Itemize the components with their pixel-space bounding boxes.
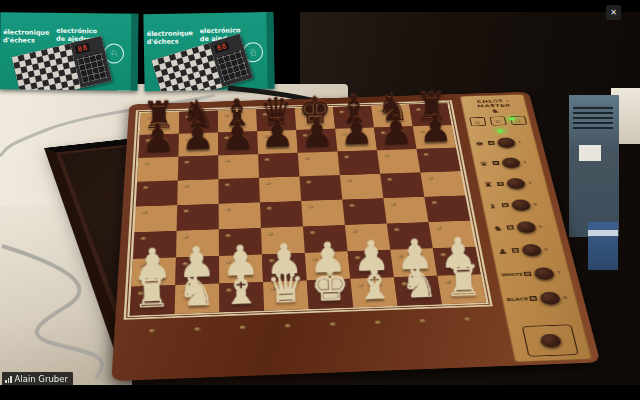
panel-row-white: WHITE7 [500,265,567,282]
piece-black-pawn[interactable]: ♟ [418,110,453,149]
square-e5[interactable] [299,175,342,201]
square-sensor-dot [183,209,189,213]
square-sensor-dot [346,179,352,182]
piece-button[interactable] [506,178,527,189]
square-h6[interactable] [417,148,461,173]
letterbox-top [0,0,640,12]
square-h7[interactable]: ♟ [413,125,456,149]
square-sensor-dot [344,155,350,158]
square-sensor-dot [224,159,229,162]
square-sensor-dot [308,205,314,208]
row-led [507,225,515,229]
frame-dot [419,319,425,323]
panel-row-rook: ♜3 [481,176,544,191]
row-led [524,272,532,277]
square-g6[interactable] [377,149,420,174]
square-c4[interactable] [219,202,261,229]
close-icon[interactable]: ✕ [606,5,621,20]
board-frame: ♜♞♝♛♚♝♞♜♟♟♟♟♟♟♟♟♟♟♟♟♟♟♟♟♜♞♝♛♚♝♞♜ [130,103,486,315]
frame-dot [239,325,245,329]
chess-computer-board: ♜♞♝♛♚♝♞♜♟♟♟♟♟♟♟♟♟♟♟♟♟♟♟♟♜♞♝♛♚♝♞♜ CHESS -… [111,92,600,381]
signal-bars-icon [5,375,12,383]
piece-white-queen[interactable]: ♛ [266,266,305,310]
piece-button[interactable] [501,157,521,168]
box-text-french: électroniqued'échecs [3,28,49,44]
square-sensor-dot [431,201,437,204]
square-d4[interactable] [260,201,303,228]
piece-black-pawn[interactable]: ♟ [260,115,295,154]
white-button[interactable] [533,267,555,280]
square-e6[interactable] [298,152,340,177]
participant-name-tag: Alain Gruber [2,372,73,386]
square-b4[interactable] [177,204,219,231]
chess-computer-box-1: électroniqued'échecs electrónicode ajedr… [0,12,138,90]
square-sensor-dot [143,186,149,189]
square-d5[interactable] [259,176,301,202]
piece-black-pawn[interactable]: ♟ [339,112,374,151]
vent-slots [573,105,613,129]
panel-row-pawn: ♟6 [495,242,561,258]
mini-led-display: 88 [214,41,230,53]
row-led [488,141,495,145]
square-sensor-dot [306,180,312,183]
square-f5[interactable] [340,174,384,200]
module-label [579,145,601,161]
square-sensor-dot [390,202,396,205]
mini-led-display: 88 [75,43,91,54]
square-sensor-dot [144,162,149,165]
square-sensor-dot [142,211,148,215]
square-h5[interactable] [420,171,465,197]
panel-row-knight: ♞5 [490,219,555,235]
square-e7[interactable]: ♟ [296,129,337,153]
side-label: BLACK [506,296,527,301]
mini-chessboard-photo [12,43,81,90]
square-sensor-dot [264,158,269,161]
piece-symbol-icon: ♝ [486,202,499,210]
row-number: 1 [518,140,522,144]
letterbox-bottom [0,385,640,400]
square-sensor-dot [225,208,231,212]
piece-black-pawn[interactable]: ♟ [300,114,335,153]
piece-black-pawn[interactable]: ♟ [379,111,414,150]
participant-name: Alain Gruber [15,374,68,384]
new-game-button[interactable] [538,333,561,347]
frame-dot [329,322,335,326]
function-key-2[interactable]: ◻ [489,116,506,125]
function-key-1[interactable]: ◻ [469,117,486,126]
frame-dot [148,329,154,333]
square-d1[interactable]: ♛ [263,280,309,310]
status-led-2 [498,129,504,132]
piece-white-rook[interactable]: ♜ [132,271,171,315]
chess-computer-box-2: électroniqued'échecs electrónicode ajedr… [143,12,274,91]
square-d6[interactable] [258,153,299,178]
frame-led-dots [129,316,490,333]
square-a1[interactable]: ♜ [130,285,176,315]
frame-dot [464,317,471,321]
row-number: 7 [557,271,562,276]
piece-symbol-icon: ♛ [477,160,490,167]
square-d7[interactable]: ♟ [257,130,298,154]
square-b6[interactable] [178,155,219,180]
row-number: 4 [533,202,537,206]
framed-key [522,324,579,356]
piece-white-bishop[interactable]: ♝ [221,268,260,312]
row-led [502,203,509,207]
piece-black-pawn[interactable]: ♟ [140,119,175,158]
frame-dot [374,320,380,324]
black-button[interactable] [539,291,562,305]
piece-black-pawn[interactable]: ♟ [220,116,255,155]
square-c7[interactable]: ♟ [218,131,258,155]
row-led [512,248,520,252]
piece-symbol-icon: ♟ [496,247,510,255]
power-module [569,95,619,237]
square-sensor-dot [304,157,309,160]
panel-row-queen: ♛2 [477,156,539,170]
square-b1[interactable]: ♞ [175,284,220,314]
square-g4[interactable] [383,197,428,224]
box-text-french: électroniqued'échecs [147,29,194,46]
square-b5[interactable] [177,179,218,205]
square-h1[interactable]: ♜ [437,274,486,304]
side-label: WHITE [501,272,521,277]
piece-white-king[interactable]: ♚ [311,265,350,309]
square-sensor-dot [184,184,189,187]
piece-white-rook[interactable]: ♜ [444,260,483,303]
mini-key-grid [217,50,249,82]
brand-logo-icon: ♞ [463,107,529,115]
square-sensor-dot [427,176,433,179]
piece-button[interactable] [511,199,532,211]
panel-row-black: BLACK8 [505,290,573,308]
piece-symbol-icon: ♞ [491,224,505,232]
square-e1[interactable]: ♚ [307,279,354,309]
row-led [492,161,499,165]
square-c5[interactable] [218,178,260,204]
square-sensor-dot [184,161,189,164]
row-number: 3 [528,181,532,185]
square-sensor-dot [384,154,390,157]
square-b7[interactable]: ♟ [178,133,218,157]
piece-button[interactable] [521,244,543,257]
square-f6[interactable] [337,150,380,175]
panel-row-king: ♚1 [473,136,534,150]
square-f7[interactable]: ♟ [335,128,377,152]
row-number: 6 [544,247,549,251]
square-g1[interactable]: ♞ [394,276,442,306]
square-c6[interactable] [218,154,259,179]
video-tile: électroniqued'échecs electrónicode ajedr… [0,0,640,400]
square-a5[interactable] [136,181,178,207]
square-a6[interactable] [137,157,178,182]
function-key-row: ◻◻◻ [464,116,531,127]
function-key-3[interactable]: ◻ [509,116,526,125]
mini-key-grid [77,52,108,83]
blue-box [588,222,618,270]
piece-white-knight[interactable]: ♞ [177,269,216,313]
piece-white-bishop[interactable]: ♝ [355,263,394,307]
piece-white-knight[interactable]: ♞ [400,261,439,304]
row-led [497,182,504,186]
square-c1[interactable]: ♝ [219,282,264,312]
square-h4[interactable] [424,195,470,222]
panel-row-bishop: ♝4 [486,197,550,212]
square-sensor-dot [387,178,393,181]
row-number: 8 [563,295,568,300]
chess-board-grid: ♜♞♝♛♚♝♞♜♟♟♟♟♟♟♟♟♟♟♟♟♟♟♟♟♜♞♝♛♚♝♞♜ [130,103,486,315]
piece-symbol-icon: ♜ [482,181,495,188]
square-f4[interactable] [342,198,386,225]
row-number: 2 [523,160,527,164]
square-sensor-dot [265,182,270,185]
row-led [529,296,537,301]
square-e4[interactable] [301,200,345,227]
square-f1[interactable]: ♝ [350,277,397,307]
square-g7[interactable]: ♟ [374,126,417,150]
row-number: 5 [538,224,543,228]
square-sensor-dot [349,204,355,207]
frame-dot [194,327,200,331]
square-a4[interactable] [134,205,177,232]
square-g5[interactable] [380,172,424,198]
frame-dot [284,324,290,328]
piece-black-pawn[interactable]: ♟ [180,117,215,156]
piece-button[interactable] [516,221,537,233]
piece-symbol-icon: ♚ [473,140,486,147]
square-sensor-dot [423,153,429,156]
piece-button[interactable] [496,137,516,148]
square-a7[interactable]: ♟ [138,134,179,158]
square-sensor-dot [266,206,272,210]
square-sensor-dot [225,183,230,186]
